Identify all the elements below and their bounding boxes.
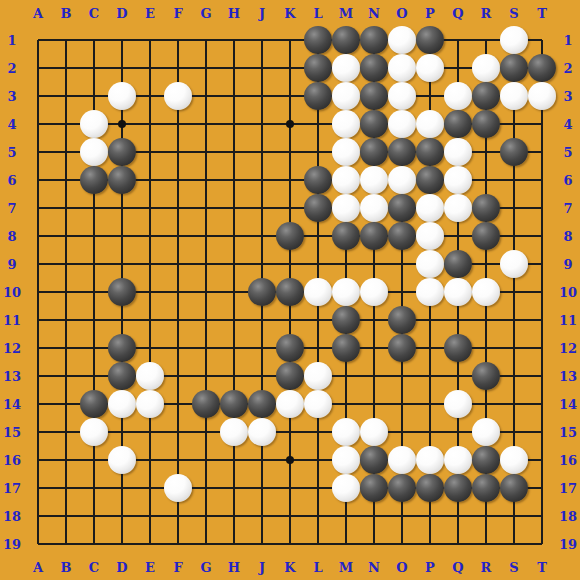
- intersection-T15[interactable]: [528, 418, 556, 446]
- intersection-Q7[interactable]: [444, 194, 472, 222]
- intersection-Q4[interactable]: [444, 110, 472, 138]
- intersection-T14[interactable]: [528, 390, 556, 418]
- intersection-P19[interactable]: [416, 530, 444, 558]
- intersection-C16[interactable]: [80, 446, 108, 474]
- intersection-M4[interactable]: [332, 110, 360, 138]
- intersection-R5[interactable]: [472, 138, 500, 166]
- intersection-F17[interactable]: [164, 474, 192, 502]
- intersection-B12[interactable]: [52, 334, 80, 362]
- intersection-G11[interactable]: [192, 306, 220, 334]
- intersection-L7[interactable]: [304, 194, 332, 222]
- intersection-T5[interactable]: [528, 138, 556, 166]
- intersection-Q3[interactable]: [444, 82, 472, 110]
- intersection-F2[interactable]: [164, 54, 192, 82]
- intersection-C19[interactable]: [80, 530, 108, 558]
- intersection-O12[interactable]: [388, 334, 416, 362]
- intersection-L2[interactable]: [304, 54, 332, 82]
- intersection-Q13[interactable]: [444, 362, 472, 390]
- intersection-G16[interactable]: [192, 446, 220, 474]
- intersection-L8[interactable]: [304, 222, 332, 250]
- intersection-N8[interactable]: [360, 222, 388, 250]
- intersection-N2[interactable]: [360, 54, 388, 82]
- intersection-B19[interactable]: [52, 530, 80, 558]
- intersection-O7[interactable]: [388, 194, 416, 222]
- intersection-B11[interactable]: [52, 306, 80, 334]
- intersection-Q2[interactable]: [444, 54, 472, 82]
- intersection-B15[interactable]: [52, 418, 80, 446]
- intersection-F19[interactable]: [164, 530, 192, 558]
- intersection-C11[interactable]: [80, 306, 108, 334]
- intersection-A14[interactable]: [24, 390, 52, 418]
- intersection-O6[interactable]: [388, 166, 416, 194]
- intersection-E14[interactable]: [136, 390, 164, 418]
- intersection-F14[interactable]: [164, 390, 192, 418]
- intersection-Q10[interactable]: [444, 278, 472, 306]
- intersection-L6[interactable]: [304, 166, 332, 194]
- intersection-L9[interactable]: [304, 250, 332, 278]
- intersection-H7[interactable]: [220, 194, 248, 222]
- intersection-Q15[interactable]: [444, 418, 472, 446]
- intersection-D3[interactable]: [108, 82, 136, 110]
- intersection-O17[interactable]: [388, 474, 416, 502]
- intersection-B1[interactable]: [52, 26, 80, 54]
- intersection-Q17[interactable]: [444, 474, 472, 502]
- intersection-M10[interactable]: [332, 278, 360, 306]
- intersection-S1[interactable]: [500, 26, 528, 54]
- intersection-C6[interactable]: [80, 166, 108, 194]
- intersection-M1[interactable]: [332, 26, 360, 54]
- intersection-O1[interactable]: [388, 26, 416, 54]
- intersection-C15[interactable]: [80, 418, 108, 446]
- intersection-A19[interactable]: [24, 530, 52, 558]
- intersection-N10[interactable]: [360, 278, 388, 306]
- intersection-D5[interactable]: [108, 138, 136, 166]
- intersection-T8[interactable]: [528, 222, 556, 250]
- intersection-T10[interactable]: [528, 278, 556, 306]
- intersection-D11[interactable]: [108, 306, 136, 334]
- intersection-R14[interactable]: [472, 390, 500, 418]
- intersection-P18[interactable]: [416, 502, 444, 530]
- intersection-M8[interactable]: [332, 222, 360, 250]
- intersection-E9[interactable]: [136, 250, 164, 278]
- intersection-N12[interactable]: [360, 334, 388, 362]
- intersection-J3[interactable]: [248, 82, 276, 110]
- intersection-E11[interactable]: [136, 306, 164, 334]
- intersection-C8[interactable]: [80, 222, 108, 250]
- intersection-G12[interactable]: [192, 334, 220, 362]
- intersection-K16[interactable]: [276, 446, 304, 474]
- intersection-D2[interactable]: [108, 54, 136, 82]
- intersection-K12[interactable]: [276, 334, 304, 362]
- intersection-P5[interactable]: [416, 138, 444, 166]
- intersection-C14[interactable]: [80, 390, 108, 418]
- intersection-L19[interactable]: [304, 530, 332, 558]
- intersection-A13[interactable]: [24, 362, 52, 390]
- intersection-H17[interactable]: [220, 474, 248, 502]
- intersection-Q5[interactable]: [444, 138, 472, 166]
- intersection-S4[interactable]: [500, 110, 528, 138]
- intersection-C13[interactable]: [80, 362, 108, 390]
- intersection-K17[interactable]: [276, 474, 304, 502]
- intersection-R4[interactable]: [472, 110, 500, 138]
- intersection-F3[interactable]: [164, 82, 192, 110]
- intersection-O4[interactable]: [388, 110, 416, 138]
- intersection-E5[interactable]: [136, 138, 164, 166]
- intersection-B8[interactable]: [52, 222, 80, 250]
- intersection-G3[interactable]: [192, 82, 220, 110]
- intersection-D13[interactable]: [108, 362, 136, 390]
- intersection-M13[interactable]: [332, 362, 360, 390]
- intersection-M5[interactable]: [332, 138, 360, 166]
- intersection-O18[interactable]: [388, 502, 416, 530]
- intersection-L14[interactable]: [304, 390, 332, 418]
- intersection-K1[interactable]: [276, 26, 304, 54]
- intersection-A16[interactable]: [24, 446, 52, 474]
- intersection-F8[interactable]: [164, 222, 192, 250]
- intersection-T4[interactable]: [528, 110, 556, 138]
- intersection-L12[interactable]: [304, 334, 332, 362]
- intersection-M16[interactable]: [332, 446, 360, 474]
- intersection-F16[interactable]: [164, 446, 192, 474]
- intersection-A6[interactable]: [24, 166, 52, 194]
- intersection-K6[interactable]: [276, 166, 304, 194]
- intersection-M17[interactable]: [332, 474, 360, 502]
- intersection-G17[interactable]: [192, 474, 220, 502]
- intersection-B6[interactable]: [52, 166, 80, 194]
- intersection-Q14[interactable]: [444, 390, 472, 418]
- intersection-G9[interactable]: [192, 250, 220, 278]
- intersection-F11[interactable]: [164, 306, 192, 334]
- intersection-T6[interactable]: [528, 166, 556, 194]
- intersection-H1[interactable]: [220, 26, 248, 54]
- intersection-O16[interactable]: [388, 446, 416, 474]
- intersection-D14[interactable]: [108, 390, 136, 418]
- intersection-L3[interactable]: [304, 82, 332, 110]
- intersection-N15[interactable]: [360, 418, 388, 446]
- intersection-E17[interactable]: [136, 474, 164, 502]
- intersection-R18[interactable]: [472, 502, 500, 530]
- intersection-N3[interactable]: [360, 82, 388, 110]
- intersection-F18[interactable]: [164, 502, 192, 530]
- intersection-H16[interactable]: [220, 446, 248, 474]
- intersection-Q18[interactable]: [444, 502, 472, 530]
- intersection-Q12[interactable]: [444, 334, 472, 362]
- intersection-B13[interactable]: [52, 362, 80, 390]
- intersection-R6[interactable]: [472, 166, 500, 194]
- intersection-O9[interactable]: [388, 250, 416, 278]
- intersection-E3[interactable]: [136, 82, 164, 110]
- intersection-G13[interactable]: [192, 362, 220, 390]
- intersection-J13[interactable]: [248, 362, 276, 390]
- intersection-L10[interactable]: [304, 278, 332, 306]
- intersection-S9[interactable]: [500, 250, 528, 278]
- intersection-C18[interactable]: [80, 502, 108, 530]
- intersection-T9[interactable]: [528, 250, 556, 278]
- intersection-C10[interactable]: [80, 278, 108, 306]
- intersection-E19[interactable]: [136, 530, 164, 558]
- intersection-Q16[interactable]: [444, 446, 472, 474]
- intersection-L4[interactable]: [304, 110, 332, 138]
- intersection-C3[interactable]: [80, 82, 108, 110]
- intersection-B3[interactable]: [52, 82, 80, 110]
- intersection-R7[interactable]: [472, 194, 500, 222]
- intersection-S19[interactable]: [500, 530, 528, 558]
- intersection-B16[interactable]: [52, 446, 80, 474]
- intersection-J16[interactable]: [248, 446, 276, 474]
- intersection-N14[interactable]: [360, 390, 388, 418]
- intersection-S11[interactable]: [500, 306, 528, 334]
- intersection-E1[interactable]: [136, 26, 164, 54]
- intersection-A5[interactable]: [24, 138, 52, 166]
- intersection-H13[interactable]: [220, 362, 248, 390]
- intersection-K14[interactable]: [276, 390, 304, 418]
- intersection-H12[interactable]: [220, 334, 248, 362]
- intersection-E8[interactable]: [136, 222, 164, 250]
- intersection-T18[interactable]: [528, 502, 556, 530]
- intersection-F1[interactable]: [164, 26, 192, 54]
- intersection-J6[interactable]: [248, 166, 276, 194]
- intersection-D18[interactable]: [108, 502, 136, 530]
- intersection-S5[interactable]: [500, 138, 528, 166]
- intersection-S18[interactable]: [500, 502, 528, 530]
- intersection-S2[interactable]: [500, 54, 528, 82]
- intersection-Q9[interactable]: [444, 250, 472, 278]
- intersection-T12[interactable]: [528, 334, 556, 362]
- intersection-K3[interactable]: [276, 82, 304, 110]
- intersection-P13[interactable]: [416, 362, 444, 390]
- intersection-H4[interactable]: [220, 110, 248, 138]
- intersection-J17[interactable]: [248, 474, 276, 502]
- intersection-O19[interactable]: [388, 530, 416, 558]
- intersection-M18[interactable]: [332, 502, 360, 530]
- intersection-T7[interactable]: [528, 194, 556, 222]
- intersection-T13[interactable]: [528, 362, 556, 390]
- intersection-B9[interactable]: [52, 250, 80, 278]
- intersection-E4[interactable]: [136, 110, 164, 138]
- intersection-F10[interactable]: [164, 278, 192, 306]
- intersection-C7[interactable]: [80, 194, 108, 222]
- intersection-F5[interactable]: [164, 138, 192, 166]
- intersection-D10[interactable]: [108, 278, 136, 306]
- intersection-J8[interactable]: [248, 222, 276, 250]
- intersection-O11[interactable]: [388, 306, 416, 334]
- intersection-N16[interactable]: [360, 446, 388, 474]
- intersection-E2[interactable]: [136, 54, 164, 82]
- intersection-M6[interactable]: [332, 166, 360, 194]
- intersection-G19[interactable]: [192, 530, 220, 558]
- intersection-D9[interactable]: [108, 250, 136, 278]
- intersection-D15[interactable]: [108, 418, 136, 446]
- intersection-A17[interactable]: [24, 474, 52, 502]
- intersection-O10[interactable]: [388, 278, 416, 306]
- intersection-Q6[interactable]: [444, 166, 472, 194]
- intersection-B7[interactable]: [52, 194, 80, 222]
- intersection-P7[interactable]: [416, 194, 444, 222]
- intersection-S10[interactable]: [500, 278, 528, 306]
- intersection-P11[interactable]: [416, 306, 444, 334]
- intersection-O14[interactable]: [388, 390, 416, 418]
- intersection-A2[interactable]: [24, 54, 52, 82]
- intersection-S8[interactable]: [500, 222, 528, 250]
- intersection-P9[interactable]: [416, 250, 444, 278]
- intersection-S15[interactable]: [500, 418, 528, 446]
- intersection-O15[interactable]: [388, 418, 416, 446]
- intersection-C2[interactable]: [80, 54, 108, 82]
- intersection-G8[interactable]: [192, 222, 220, 250]
- intersection-M14[interactable]: [332, 390, 360, 418]
- intersection-B17[interactable]: [52, 474, 80, 502]
- intersection-M7[interactable]: [332, 194, 360, 222]
- intersection-J12[interactable]: [248, 334, 276, 362]
- intersection-G6[interactable]: [192, 166, 220, 194]
- intersection-O3[interactable]: [388, 82, 416, 110]
- intersection-C5[interactable]: [80, 138, 108, 166]
- intersection-B14[interactable]: [52, 390, 80, 418]
- intersection-P1[interactable]: [416, 26, 444, 54]
- intersection-R13[interactable]: [472, 362, 500, 390]
- intersection-A15[interactable]: [24, 418, 52, 446]
- intersection-O5[interactable]: [388, 138, 416, 166]
- intersection-K19[interactable]: [276, 530, 304, 558]
- intersection-T17[interactable]: [528, 474, 556, 502]
- intersection-P12[interactable]: [416, 334, 444, 362]
- intersection-E10[interactable]: [136, 278, 164, 306]
- intersection-H5[interactable]: [220, 138, 248, 166]
- intersection-R16[interactable]: [472, 446, 500, 474]
- intersection-H15[interactable]: [220, 418, 248, 446]
- intersection-K11[interactable]: [276, 306, 304, 334]
- intersection-E12[interactable]: [136, 334, 164, 362]
- intersection-O8[interactable]: [388, 222, 416, 250]
- intersection-O13[interactable]: [388, 362, 416, 390]
- intersection-L13[interactable]: [304, 362, 332, 390]
- intersection-G10[interactable]: [192, 278, 220, 306]
- intersection-G4[interactable]: [192, 110, 220, 138]
- intersection-G14[interactable]: [192, 390, 220, 418]
- intersection-C4[interactable]: [80, 110, 108, 138]
- intersection-D19[interactable]: [108, 530, 136, 558]
- intersection-K7[interactable]: [276, 194, 304, 222]
- intersection-P6[interactable]: [416, 166, 444, 194]
- intersection-J2[interactable]: [248, 54, 276, 82]
- intersection-F7[interactable]: [164, 194, 192, 222]
- intersection-S14[interactable]: [500, 390, 528, 418]
- intersection-R10[interactable]: [472, 278, 500, 306]
- intersection-L17[interactable]: [304, 474, 332, 502]
- intersection-H11[interactable]: [220, 306, 248, 334]
- intersection-D16[interactable]: [108, 446, 136, 474]
- intersection-H3[interactable]: [220, 82, 248, 110]
- intersection-M12[interactable]: [332, 334, 360, 362]
- intersection-R9[interactable]: [472, 250, 500, 278]
- intersection-C1[interactable]: [80, 26, 108, 54]
- intersection-C9[interactable]: [80, 250, 108, 278]
- intersection-N19[interactable]: [360, 530, 388, 558]
- intersection-P8[interactable]: [416, 222, 444, 250]
- intersection-T19[interactable]: [528, 530, 556, 558]
- intersection-R8[interactable]: [472, 222, 500, 250]
- intersection-J10[interactable]: [248, 278, 276, 306]
- intersection-R1[interactable]: [472, 26, 500, 54]
- intersection-M19[interactable]: [332, 530, 360, 558]
- intersection-J7[interactable]: [248, 194, 276, 222]
- intersection-R3[interactable]: [472, 82, 500, 110]
- intersection-S7[interactable]: [500, 194, 528, 222]
- intersection-A18[interactable]: [24, 502, 52, 530]
- intersection-H2[interactable]: [220, 54, 248, 82]
- intersection-Q19[interactable]: [444, 530, 472, 558]
- intersection-H8[interactable]: [220, 222, 248, 250]
- intersection-M15[interactable]: [332, 418, 360, 446]
- intersection-J9[interactable]: [248, 250, 276, 278]
- intersection-P4[interactable]: [416, 110, 444, 138]
- intersection-E18[interactable]: [136, 502, 164, 530]
- intersection-B18[interactable]: [52, 502, 80, 530]
- intersection-N1[interactable]: [360, 26, 388, 54]
- intersection-G18[interactable]: [192, 502, 220, 530]
- intersection-J15[interactable]: [248, 418, 276, 446]
- intersection-O2[interactable]: [388, 54, 416, 82]
- intersection-J14[interactable]: [248, 390, 276, 418]
- intersection-D1[interactable]: [108, 26, 136, 54]
- intersection-R11[interactable]: [472, 306, 500, 334]
- intersection-N5[interactable]: [360, 138, 388, 166]
- intersection-A1[interactable]: [24, 26, 52, 54]
- intersection-N4[interactable]: [360, 110, 388, 138]
- intersection-G1[interactable]: [192, 26, 220, 54]
- intersection-P14[interactable]: [416, 390, 444, 418]
- intersection-K9[interactable]: [276, 250, 304, 278]
- intersection-J4[interactable]: [248, 110, 276, 138]
- intersection-P16[interactable]: [416, 446, 444, 474]
- intersection-T11[interactable]: [528, 306, 556, 334]
- intersection-N9[interactable]: [360, 250, 388, 278]
- intersection-P17[interactable]: [416, 474, 444, 502]
- intersection-G7[interactable]: [192, 194, 220, 222]
- intersection-S16[interactable]: [500, 446, 528, 474]
- intersection-P2[interactable]: [416, 54, 444, 82]
- intersection-F15[interactable]: [164, 418, 192, 446]
- intersection-K15[interactable]: [276, 418, 304, 446]
- intersection-S6[interactable]: [500, 166, 528, 194]
- intersection-K10[interactable]: [276, 278, 304, 306]
- intersection-B5[interactable]: [52, 138, 80, 166]
- intersection-E13[interactable]: [136, 362, 164, 390]
- intersection-N6[interactable]: [360, 166, 388, 194]
- intersection-B2[interactable]: [52, 54, 80, 82]
- intersection-S3[interactable]: [500, 82, 528, 110]
- intersection-N7[interactable]: [360, 194, 388, 222]
- intersection-M11[interactable]: [332, 306, 360, 334]
- intersection-Q11[interactable]: [444, 306, 472, 334]
- intersection-A4[interactable]: [24, 110, 52, 138]
- intersection-L15[interactable]: [304, 418, 332, 446]
- intersection-A11[interactable]: [24, 306, 52, 334]
- intersection-G2[interactable]: [192, 54, 220, 82]
- intersection-H6[interactable]: [220, 166, 248, 194]
- intersection-K4[interactable]: [276, 110, 304, 138]
- intersection-B4[interactable]: [52, 110, 80, 138]
- intersection-B10[interactable]: [52, 278, 80, 306]
- intersection-P15[interactable]: [416, 418, 444, 446]
- intersection-E16[interactable]: [136, 446, 164, 474]
- intersection-G5[interactable]: [192, 138, 220, 166]
- intersection-Q1[interactable]: [444, 26, 472, 54]
- intersection-J11[interactable]: [248, 306, 276, 334]
- intersection-E6[interactable]: [136, 166, 164, 194]
- intersection-T2[interactable]: [528, 54, 556, 82]
- intersection-K8[interactable]: [276, 222, 304, 250]
